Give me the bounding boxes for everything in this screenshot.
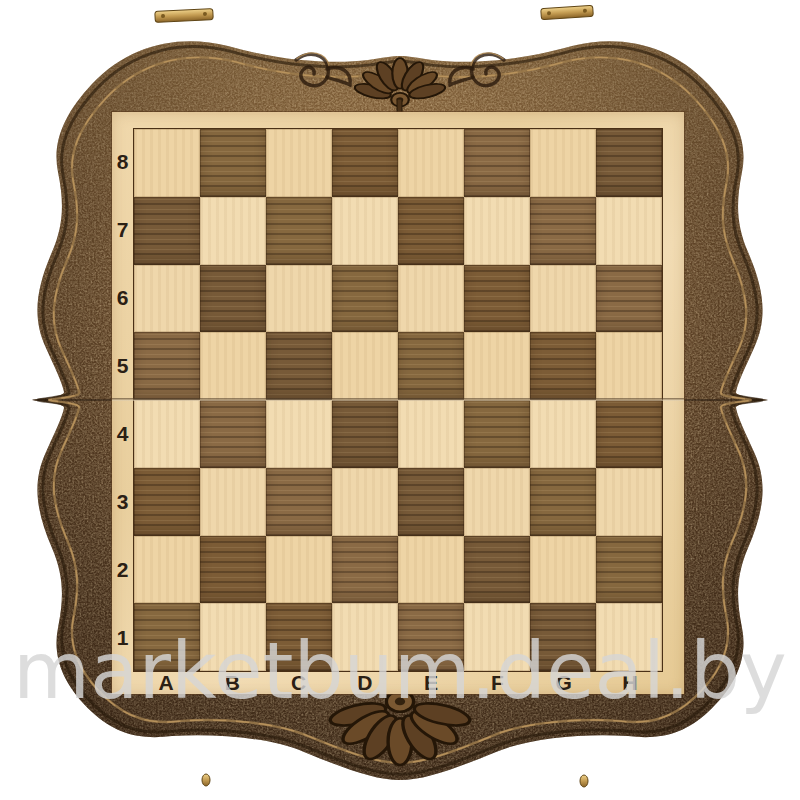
hinge-left — [155, 8, 213, 22]
square-a3[interactable] — [134, 468, 200, 536]
square-d1[interactable] — [332, 603, 398, 671]
square-h4[interactable] — [596, 400, 662, 468]
square-d8[interactable] — [332, 129, 398, 197]
square-g2[interactable] — [530, 536, 596, 604]
rank-label-1: 1 — [112, 604, 133, 672]
file-label-g: G — [531, 672, 597, 694]
board-fold-seam — [112, 398, 684, 401]
rank-label-8: 8 — [112, 128, 133, 196]
square-e8[interactable] — [398, 129, 464, 197]
square-b6[interactable] — [200, 265, 266, 333]
square-c6[interactable] — [266, 265, 332, 333]
square-f1[interactable] — [464, 603, 530, 671]
square-b3[interactable] — [200, 468, 266, 536]
square-g6[interactable] — [530, 265, 596, 333]
square-e2[interactable] — [398, 536, 464, 604]
square-c3[interactable] — [266, 468, 332, 536]
chess-board: 87654321 ABCDEFGH — [112, 112, 684, 694]
square-c1[interactable] — [266, 603, 332, 671]
square-h6[interactable] — [596, 265, 662, 333]
square-d4[interactable] — [332, 400, 398, 468]
brass-foot-left — [202, 774, 210, 786]
file-label-h: H — [597, 672, 663, 694]
square-g7[interactable] — [530, 197, 596, 265]
hinge-right — [541, 5, 594, 20]
square-h5[interactable] — [596, 332, 662, 400]
square-f6[interactable] — [464, 265, 530, 333]
square-h2[interactable] — [596, 536, 662, 604]
square-h1[interactable] — [596, 603, 662, 671]
square-c2[interactable] — [266, 536, 332, 604]
square-g5[interactable] — [530, 332, 596, 400]
square-c8[interactable] — [266, 129, 332, 197]
square-f7[interactable] — [464, 197, 530, 265]
square-e6[interactable] — [398, 265, 464, 333]
file-label-e: E — [398, 672, 464, 694]
square-f4[interactable] — [464, 400, 530, 468]
rank-label-3: 3 — [112, 468, 133, 536]
rank-label-4: 4 — [112, 400, 133, 468]
square-g1[interactable] — [530, 603, 596, 671]
square-a7[interactable] — [134, 197, 200, 265]
file-label-c: C — [266, 672, 332, 694]
square-d3[interactable] — [332, 468, 398, 536]
square-b8[interactable] — [200, 129, 266, 197]
square-e4[interactable] — [398, 400, 464, 468]
square-h7[interactable] — [596, 197, 662, 265]
square-d2[interactable] — [332, 536, 398, 604]
square-g8[interactable] — [530, 129, 596, 197]
square-f8[interactable] — [464, 129, 530, 197]
square-b7[interactable] — [200, 197, 266, 265]
square-a5[interactable] — [134, 332, 200, 400]
rank-label-5: 5 — [112, 332, 133, 400]
file-label-f: F — [464, 672, 530, 694]
square-d5[interactable] — [332, 332, 398, 400]
rank-label-6: 6 — [112, 264, 133, 332]
square-a6[interactable] — [134, 265, 200, 333]
rank-label-7: 7 — [112, 196, 133, 264]
square-c5[interactable] — [266, 332, 332, 400]
rank-label-2: 2 — [112, 536, 133, 604]
square-f3[interactable] — [464, 468, 530, 536]
square-g3[interactable] — [530, 468, 596, 536]
square-e5[interactable] — [398, 332, 464, 400]
square-a8[interactable] — [134, 129, 200, 197]
square-g4[interactable] — [530, 400, 596, 468]
brass-foot-right — [580, 775, 588, 787]
square-f2[interactable] — [464, 536, 530, 604]
square-c7[interactable] — [266, 197, 332, 265]
square-b4[interactable] — [200, 400, 266, 468]
square-b2[interactable] — [200, 536, 266, 604]
square-b5[interactable] — [200, 332, 266, 400]
square-h8[interactable] — [596, 129, 662, 197]
file-label-d: D — [332, 672, 398, 694]
square-h3[interactable] — [596, 468, 662, 536]
square-a4[interactable] — [134, 400, 200, 468]
square-c4[interactable] — [266, 400, 332, 468]
file-labels: ABCDEFGH — [133, 672, 663, 694]
square-d6[interactable] — [332, 265, 398, 333]
square-e7[interactable] — [398, 197, 464, 265]
square-e3[interactable] — [398, 468, 464, 536]
file-label-a: A — [133, 672, 199, 694]
square-d7[interactable] — [332, 197, 398, 265]
square-a1[interactable] — [134, 603, 200, 671]
square-f5[interactable] — [464, 332, 530, 400]
square-a2[interactable] — [134, 536, 200, 604]
file-label-b: B — [199, 672, 265, 694]
product-photo-carved-chess-board: 87654321 ABCDEFGH marketbum.deal.by — [0, 0, 800, 800]
square-e1[interactable] — [398, 603, 464, 671]
square-b1[interactable] — [200, 603, 266, 671]
